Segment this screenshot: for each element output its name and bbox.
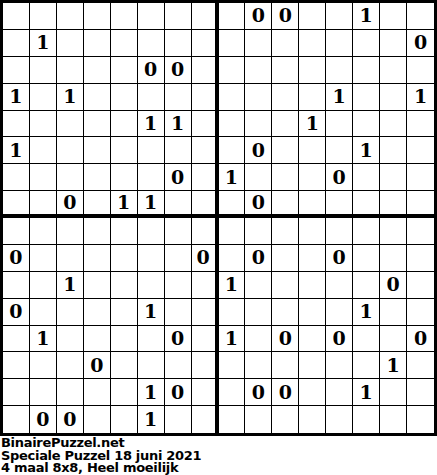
empty-cell-r10c12[interactable]: [299, 245, 326, 272]
empty-cell-r11c5[interactable]: [111, 272, 138, 299]
empty-cell-r3c12[interactable]: [299, 57, 326, 84]
empty-cell-r3c8[interactable]: [192, 57, 219, 84]
empty-cell-r4c6[interactable]: [138, 84, 165, 111]
empty-cell-r9c8[interactable]: [192, 218, 219, 245]
given-cell-r11c15: 0: [380, 272, 407, 299]
empty-cell-r15c3[interactable]: [57, 379, 84, 406]
empty-cell-r2c12[interactable]: [299, 30, 326, 57]
empty-cell-r12c8[interactable]: [192, 299, 219, 326]
empty-cell-r8c4[interactable]: [84, 191, 111, 218]
empty-cell-r14c8[interactable]: [192, 352, 219, 379]
given-cell-r3c6: 0: [138, 57, 165, 84]
empty-cell-r12c13[interactable]: [326, 299, 353, 326]
empty-cell-r12c10[interactable]: [245, 299, 272, 326]
given-cell-r15c6: 1: [138, 379, 165, 406]
puzzle-page: 0011000111111110101001100000110011101000…: [0, 0, 437, 475]
empty-cell-r1c9[interactable]: [219, 3, 246, 30]
empty-cell-r6c2[interactable]: [30, 137, 57, 164]
empty-cell-r4c10[interactable]: [245, 84, 272, 111]
given-cell-r16c6: 1: [138, 406, 165, 433]
empty-cell-r3c9[interactable]: [219, 57, 246, 84]
binary-puzzle-board: 0011000111111110101001100000110011101000…: [0, 0, 437, 436]
empty-cell-r15c2[interactable]: [30, 379, 57, 406]
given-cell-r16c3: 0: [57, 406, 84, 433]
given-cell-r16c2: 0: [30, 406, 57, 433]
empty-cell-r16c8[interactable]: [192, 406, 219, 433]
given-cell-r3c7: 0: [165, 57, 192, 84]
empty-cell-r6c6[interactable]: [138, 137, 165, 164]
empty-cell-r4c11[interactable]: [272, 84, 299, 111]
empty-cell-r12c15[interactable]: [380, 299, 407, 326]
empty-cell-r14c9[interactable]: [219, 352, 246, 379]
empty-cell-r12c12[interactable]: [299, 299, 326, 326]
empty-cell-r5c5[interactable]: [111, 111, 138, 138]
empty-cell-r13c6[interactable]: [138, 326, 165, 353]
given-cell-r13c13: 0: [326, 326, 353, 353]
empty-cell-r2c1[interactable]: [3, 30, 30, 57]
given-cell-r10c13: 0: [326, 245, 353, 272]
empty-cell-r1c7[interactable]: [165, 3, 192, 30]
empty-cell-r5c14[interactable]: [353, 111, 380, 138]
empty-cell-r11c8[interactable]: [192, 272, 219, 299]
empty-cell-r8c9[interactable]: [219, 191, 246, 218]
empty-cell-r16c5[interactable]: [111, 406, 138, 433]
empty-cell-r6c5[interactable]: [111, 137, 138, 164]
empty-cell-r13c3[interactable]: [57, 326, 84, 353]
empty-cell-r2c14[interactable]: [353, 30, 380, 57]
empty-cell-r4c7[interactable]: [165, 84, 192, 111]
empty-cell-r11c13[interactable]: [326, 272, 353, 299]
empty-cell-r4c8[interactable]: [192, 84, 219, 111]
empty-cell-r7c1[interactable]: [3, 164, 30, 191]
given-cell-r1c11: 0: [272, 3, 299, 30]
given-cell-r1c10: 0: [245, 3, 272, 30]
empty-cell-r2c6[interactable]: [138, 30, 165, 57]
empty-cell-r4c12[interactable]: [299, 84, 326, 111]
empty-cell-r11c4[interactable]: [84, 272, 111, 299]
empty-cell-r8c2[interactable]: [30, 191, 57, 218]
given-cell-r6c10: 0: [245, 137, 272, 164]
given-cell-r1c14: 1: [353, 3, 380, 30]
empty-cell-r1c6[interactable]: [138, 3, 165, 30]
given-cell-r4c3: 1: [57, 84, 84, 111]
empty-cell-r6c4[interactable]: [84, 137, 111, 164]
empty-cell-r15c8[interactable]: [192, 379, 219, 406]
empty-cell-r9c7[interactable]: [165, 218, 192, 245]
empty-cell-r13c1[interactable]: [3, 326, 30, 353]
empty-cell-r15c4[interactable]: [84, 379, 111, 406]
empty-cell-r8c16[interactable]: [407, 191, 434, 218]
given-cell-r15c14: 1: [353, 379, 380, 406]
empty-cell-r11c12[interactable]: [299, 272, 326, 299]
empty-cell-r14c3[interactable]: [57, 352, 84, 379]
empty-cell-r3c3[interactable]: [57, 57, 84, 84]
empty-cell-r9c13[interactable]: [326, 218, 353, 245]
empty-cell-r10c3[interactable]: [57, 245, 84, 272]
given-cell-r8c5: 1: [111, 191, 138, 218]
empty-cell-r7c14[interactable]: [353, 164, 380, 191]
given-cell-r2c2: 1: [30, 30, 57, 57]
given-cell-r6c1: 1: [3, 137, 30, 164]
given-cell-r10c1: 0: [3, 245, 30, 272]
empty-cell-r15c15[interactable]: [380, 379, 407, 406]
empty-cell-r6c13[interactable]: [326, 137, 353, 164]
empty-cell-r12c2[interactable]: [30, 299, 57, 326]
given-cell-r5c12: 1: [299, 111, 326, 138]
empty-cell-r7c2[interactable]: [30, 164, 57, 191]
empty-cell-r16c4[interactable]: [84, 406, 111, 433]
given-cell-r11c3: 1: [57, 272, 84, 299]
empty-cell-r3c14[interactable]: [353, 57, 380, 84]
given-cell-r13c9: 1: [219, 326, 246, 353]
given-cell-r15c10: 0: [245, 379, 272, 406]
empty-cell-r16c13[interactable]: [326, 406, 353, 433]
empty-cell-r1c4[interactable]: [84, 3, 111, 30]
empty-cell-r5c3[interactable]: [57, 111, 84, 138]
empty-cell-r8c8[interactable]: [192, 191, 219, 218]
empty-cell-r3c13[interactable]: [326, 57, 353, 84]
empty-cell-r6c3[interactable]: [57, 137, 84, 164]
empty-cell-r3c15[interactable]: [380, 57, 407, 84]
empty-cell-r16c1[interactable]: [3, 406, 30, 433]
empty-cell-r4c9[interactable]: [219, 84, 246, 111]
puzzle-spec: 4 maal 8x8, Heel moeilijk: [1, 462, 437, 475]
empty-cell-r6c11[interactable]: [272, 137, 299, 164]
given-cell-r8c10: 0: [245, 191, 272, 218]
empty-cell-r14c12[interactable]: [299, 352, 326, 379]
empty-cell-r4c5[interactable]: [111, 84, 138, 111]
empty-cell-r14c16[interactable]: [407, 352, 434, 379]
empty-cell-r13c12[interactable]: [299, 326, 326, 353]
empty-cell-r12c16[interactable]: [407, 299, 434, 326]
empty-cell-r8c13[interactable]: [326, 191, 353, 218]
empty-cell-r9c3[interactable]: [57, 218, 84, 245]
empty-cell-r14c14[interactable]: [353, 352, 380, 379]
empty-cell-r2c3[interactable]: [57, 30, 84, 57]
empty-cell-r2c10[interactable]: [245, 30, 272, 57]
empty-cell-r16c11[interactable]: [272, 406, 299, 433]
empty-cell-r5c11[interactable]: [272, 111, 299, 138]
empty-cell-r7c4[interactable]: [84, 164, 111, 191]
empty-cell-r8c11[interactable]: [272, 191, 299, 218]
given-cell-r7c9: 1: [219, 164, 246, 191]
empty-cell-r10c4[interactable]: [84, 245, 111, 272]
empty-cell-r11c7[interactable]: [165, 272, 192, 299]
empty-cell-r1c3[interactable]: [57, 3, 84, 30]
given-cell-r5c6: 1: [138, 111, 165, 138]
empty-cell-r13c15[interactable]: [380, 326, 407, 353]
empty-cell-r2c13[interactable]: [326, 30, 353, 57]
empty-cell-r13c4[interactable]: [84, 326, 111, 353]
empty-cell-r11c11[interactable]: [272, 272, 299, 299]
given-cell-r14c4: 0: [84, 352, 111, 379]
given-cell-r6c14: 1: [353, 137, 380, 164]
empty-cell-r14c6[interactable]: [138, 352, 165, 379]
empty-cell-r3c10[interactable]: [245, 57, 272, 84]
empty-cell-r13c8[interactable]: [192, 326, 219, 353]
empty-cell-r4c14[interactable]: [353, 84, 380, 111]
empty-cell-r1c12[interactable]: [299, 3, 326, 30]
empty-cell-r10c11[interactable]: [272, 245, 299, 272]
given-cell-r15c7: 0: [165, 379, 192, 406]
empty-cell-r8c7[interactable]: [165, 191, 192, 218]
given-cell-r10c8: 0: [192, 245, 219, 272]
empty-cell-r7c10[interactable]: [245, 164, 272, 191]
footer: BinairePuzzel.net Speciale Puzzel 18 jun…: [0, 436, 437, 475]
empty-cell-r12c11[interactable]: [272, 299, 299, 326]
empty-cell-r16c7[interactable]: [165, 406, 192, 433]
empty-cell-r16c9[interactable]: [219, 406, 246, 433]
empty-cell-r6c12[interactable]: [299, 137, 326, 164]
given-cell-r8c6: 1: [138, 191, 165, 218]
empty-cell-r9c5[interactable]: [111, 218, 138, 245]
empty-cell-r9c6[interactable]: [138, 218, 165, 245]
empty-cell-r14c2[interactable]: [30, 352, 57, 379]
empty-cell-r5c1[interactable]: [3, 111, 30, 138]
empty-cell-r11c14[interactable]: [353, 272, 380, 299]
empty-cell-r11c10[interactable]: [245, 272, 272, 299]
empty-cell-r4c15[interactable]: [380, 84, 407, 111]
empty-cell-r2c5[interactable]: [111, 30, 138, 57]
empty-cell-r10c14[interactable]: [353, 245, 380, 272]
empty-cell-r9c10[interactable]: [245, 218, 272, 245]
empty-cell-r9c9[interactable]: [219, 218, 246, 245]
empty-cell-r7c11[interactable]: [272, 164, 299, 191]
empty-cell-r15c13[interactable]: [326, 379, 353, 406]
empty-cell-r2c11[interactable]: [272, 30, 299, 57]
given-cell-r13c11: 0: [272, 326, 299, 353]
empty-cell-r16c12[interactable]: [299, 406, 326, 433]
empty-cell-r2c4[interactable]: [84, 30, 111, 57]
empty-cell-r7c12[interactable]: [299, 164, 326, 191]
empty-cell-r15c1[interactable]: [3, 379, 30, 406]
empty-cell-r9c14[interactable]: [353, 218, 380, 245]
empty-cell-r12c7[interactable]: [165, 299, 192, 326]
empty-cell-r6c8[interactable]: [192, 137, 219, 164]
empty-cell-r10c15[interactable]: [380, 245, 407, 272]
empty-cell-r8c15[interactable]: [380, 191, 407, 218]
empty-cell-r5c4[interactable]: [84, 111, 111, 138]
empty-cell-r6c15[interactable]: [380, 137, 407, 164]
empty-cell-r3c2[interactable]: [30, 57, 57, 84]
empty-cell-r13c5[interactable]: [111, 326, 138, 353]
empty-cell-r8c14[interactable]: [353, 191, 380, 218]
empty-cell-r12c4[interactable]: [84, 299, 111, 326]
given-cell-r7c13: 0: [326, 164, 353, 191]
empty-cell-r1c16[interactable]: [407, 3, 434, 30]
empty-cell-r7c15[interactable]: [380, 164, 407, 191]
given-cell-r13c7: 0: [165, 326, 192, 353]
empty-cell-r14c11[interactable]: [272, 352, 299, 379]
empty-cell-r2c9[interactable]: [219, 30, 246, 57]
empty-cell-r5c9[interactable]: [219, 111, 246, 138]
given-cell-r15c11: 0: [272, 379, 299, 406]
empty-cell-r3c11[interactable]: [272, 57, 299, 84]
empty-cell-r14c1[interactable]: [3, 352, 30, 379]
given-cell-r11c9: 1: [219, 272, 246, 299]
empty-cell-r16c14[interactable]: [353, 406, 380, 433]
empty-cell-r10c2[interactable]: [30, 245, 57, 272]
empty-cell-r7c8[interactable]: [192, 164, 219, 191]
empty-cell-r1c2[interactable]: [30, 3, 57, 30]
empty-cell-r1c15[interactable]: [380, 3, 407, 30]
given-cell-r2c16: 0: [407, 30, 434, 57]
empty-cell-r9c11[interactable]: [272, 218, 299, 245]
empty-cell-r5c2[interactable]: [30, 111, 57, 138]
given-cell-r4c16: 1: [407, 84, 434, 111]
empty-cell-r5c13[interactable]: [326, 111, 353, 138]
empty-cell-r5c16[interactable]: [407, 111, 434, 138]
empty-cell-r14c13[interactable]: [326, 352, 353, 379]
empty-cell-r15c5[interactable]: [111, 379, 138, 406]
empty-cell-r1c1[interactable]: [3, 3, 30, 30]
empty-cell-r10c16[interactable]: [407, 245, 434, 272]
empty-cell-r5c10[interactable]: [245, 111, 272, 138]
empty-cell-r7c16[interactable]: [407, 164, 434, 191]
empty-cell-r11c16[interactable]: [407, 272, 434, 299]
empty-cell-r6c7[interactable]: [165, 137, 192, 164]
empty-cell-r16c15[interactable]: [380, 406, 407, 433]
empty-cell-r16c16[interactable]: [407, 406, 434, 433]
empty-cell-r12c5[interactable]: [111, 299, 138, 326]
empty-cell-r4c4[interactable]: [84, 84, 111, 111]
empty-cell-r7c3[interactable]: [57, 164, 84, 191]
empty-cell-r1c13[interactable]: [326, 3, 353, 30]
empty-cell-r3c4[interactable]: [84, 57, 111, 84]
empty-cell-r9c1[interactable]: [3, 218, 30, 245]
empty-cell-r10c6[interactable]: [138, 245, 165, 272]
empty-cell-r7c5[interactable]: [111, 164, 138, 191]
empty-cell-r6c16[interactable]: [407, 137, 434, 164]
empty-cell-r15c9[interactable]: [219, 379, 246, 406]
empty-cell-r16c10[interactable]: [245, 406, 272, 433]
empty-cell-r11c1[interactable]: [3, 272, 30, 299]
empty-cell-r1c5[interactable]: [111, 3, 138, 30]
empty-cell-r14c5[interactable]: [111, 352, 138, 379]
given-cell-r7c7: 0: [165, 164, 192, 191]
empty-cell-r10c7[interactable]: [165, 245, 192, 272]
empty-cell-r13c14[interactable]: [353, 326, 380, 353]
empty-cell-r9c2[interactable]: [30, 218, 57, 245]
empty-cell-r15c12[interactable]: [299, 379, 326, 406]
given-cell-r12c14: 1: [353, 299, 380, 326]
empty-cell-r8c12[interactable]: [299, 191, 326, 218]
empty-cell-r12c3[interactable]: [57, 299, 84, 326]
empty-cell-r3c5[interactable]: [111, 57, 138, 84]
empty-cell-r13c10[interactable]: [245, 326, 272, 353]
empty-cell-r5c8[interactable]: [192, 111, 219, 138]
given-cell-r14c15: 1: [380, 352, 407, 379]
empty-cell-r15c16[interactable]: [407, 379, 434, 406]
empty-cell-r9c15[interactable]: [380, 218, 407, 245]
given-cell-r4c1: 1: [3, 84, 30, 111]
given-cell-r13c16: 0: [407, 326, 434, 353]
given-cell-r13c2: 1: [30, 326, 57, 353]
empty-cell-r2c8[interactable]: [192, 30, 219, 57]
given-cell-r4c13: 1: [326, 84, 353, 111]
empty-cell-r8c1[interactable]: [3, 191, 30, 218]
empty-cell-r14c7[interactable]: [165, 352, 192, 379]
empty-cell-r2c15[interactable]: [380, 30, 407, 57]
empty-cell-r10c9[interactable]: [219, 245, 246, 272]
empty-cell-r10c5[interactable]: [111, 245, 138, 272]
empty-cell-r4c2[interactable]: [30, 84, 57, 111]
empty-cell-r7c6[interactable]: [138, 164, 165, 191]
empty-cell-r12c9[interactable]: [219, 299, 246, 326]
empty-cell-r9c4[interactable]: [84, 218, 111, 245]
empty-cell-r9c12[interactable]: [299, 218, 326, 245]
empty-cell-r14c10[interactable]: [245, 352, 272, 379]
given-cell-r12c1: 0: [3, 299, 30, 326]
given-cell-r10c10: 0: [245, 245, 272, 272]
given-cell-r5c7: 1: [165, 111, 192, 138]
empty-cell-r3c16[interactable]: [407, 57, 434, 84]
given-cell-r8c3: 0: [57, 191, 84, 218]
empty-cell-r2c7[interactable]: [165, 30, 192, 57]
empty-cell-r11c2[interactable]: [30, 272, 57, 299]
empty-cell-r6c9[interactable]: [219, 137, 246, 164]
given-cell-r12c6: 1: [138, 299, 165, 326]
empty-cell-r5c15[interactable]: [380, 111, 407, 138]
empty-cell-r1c8[interactable]: [192, 3, 219, 30]
empty-cell-r9c16[interactable]: [407, 218, 434, 245]
empty-cell-r3c1[interactable]: [3, 57, 30, 84]
empty-cell-r11c6[interactable]: [138, 272, 165, 299]
